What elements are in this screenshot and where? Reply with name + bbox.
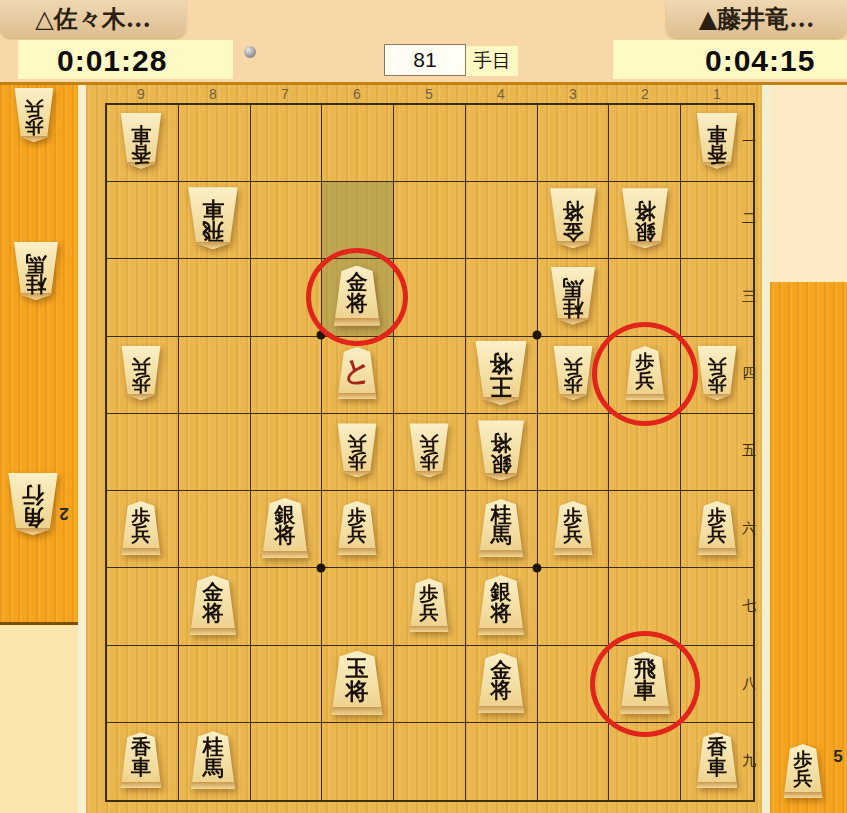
board-cell[interactable] [251,105,323,182]
star-point [533,563,542,572]
piece-kanji: 桂馬 [11,250,61,298]
rank-label: 五 [742,442,756,460]
board-cell[interactable] [251,414,323,491]
piece-base [694,782,740,789]
board-cell[interactable] [179,337,251,414]
board-cell[interactable] [394,182,466,259]
shogi-piece[interactable]: 歩兵 [695,501,739,555]
board-cell[interactable] [179,105,251,182]
file-label: 4 [497,86,505,102]
rank-label: 四 [742,365,756,383]
rank-label: 二 [742,210,756,228]
shogi-piece[interactable]: 金将 [547,188,599,248]
piece-kanji: 歩兵 [335,503,379,548]
piece-base [695,548,739,554]
piece-kanji: 香車 [118,120,164,167]
piece-base [118,782,164,789]
piece-base [335,548,379,554]
piece-count-label: 5 [833,747,842,767]
sente-name-plate: ▲藤井竜... [666,0,847,38]
shogi-piece[interactable]: 金将 [475,653,527,713]
piece-kanji: 飛車 [185,195,241,246]
piece-kanji: 歩兵 [407,581,451,626]
board-cell[interactable] [107,568,179,645]
piece-kanji: 歩兵 [407,430,451,475]
shogi-piece[interactable]: 香車 [118,732,164,788]
shogi-piece[interactable]: 飛車 [185,187,241,249]
sente-hand-tray [770,282,847,813]
piece-kanji: と [335,349,379,392]
piece-kanji: 香車 [118,734,164,781]
piece-kanji: 銀将 [619,196,671,246]
shogi-piece[interactable]: 銀将 [475,575,527,635]
shogi-piece[interactable]: 香車 [694,113,740,169]
piece-base [781,792,825,798]
piece-base [475,706,527,713]
star-point [533,331,542,340]
rank-label: 一 [742,133,756,151]
shogi-app-window: △佐々木... ▲藤井竜... 0:01:28 0:04:15 81 手目 98… [0,0,847,813]
board-cell[interactable] [251,182,323,259]
shogi-piece[interactable]: 桂馬 [188,731,238,789]
piece-kanji: 角行 [5,481,61,532]
board-cell[interactable] [466,105,538,182]
piece-kanji: 歩兵 [12,95,56,140]
shogi-piece[interactable]: 銀将 [259,498,311,558]
file-label: 5 [425,86,433,102]
piece-kanji: 銀将 [475,578,527,628]
board-cell[interactable] [322,568,394,645]
file-label: 7 [281,86,289,102]
board-cell[interactable] [179,646,251,723]
rank-label: 三 [742,288,756,306]
shogi-piece[interactable]: 香車 [694,732,740,788]
shogi-piece[interactable]: 歩兵 [407,578,451,632]
move-counter-label: 手目 [466,46,518,76]
board-cell[interactable] [609,491,681,568]
board-cell[interactable] [251,646,323,723]
piece-base [119,548,163,554]
piece-kanji: 金将 [475,655,527,705]
piece-kanji: 金将 [187,578,239,628]
piece-kanji: 歩兵 [335,430,379,475]
shogi-piece[interactable]: 銀将 [475,420,527,480]
piece-base [259,551,311,558]
status-indicator-icon [244,46,256,58]
tray-border [762,85,770,813]
file-label: 9 [137,86,145,102]
piece-base [188,782,238,789]
board-cell[interactable] [322,105,394,182]
piece-kanji: 桂馬 [188,734,238,782]
shogi-piece[interactable]: 桂馬 [476,499,526,557]
piece-kanji: 歩兵 [119,503,163,548]
shogi-piece[interactable]: 歩兵 [551,346,595,400]
piece-kanji: 桂馬 [548,274,598,322]
piece-kanji: 香車 [694,734,740,781]
tray-border [78,85,86,813]
piece-kanji: 王将 [472,349,530,402]
gote-clock: 0:01:28 [57,44,167,78]
red-circle-annotation [592,322,698,426]
piece-base [407,626,451,632]
shogi-piece[interactable]: 王将 [472,341,530,405]
board-cell[interactable] [394,105,466,182]
board-cell[interactable] [609,105,681,182]
rank-label: 七 [742,597,756,615]
piece-base [187,628,239,635]
shogi-piece[interactable]: 玉将 [328,651,386,715]
board-cell[interactable] [179,259,251,336]
red-circle-annotation [590,631,700,737]
piece-kanji: 桂馬 [476,501,526,549]
piece-kanji: 歩兵 [781,746,825,791]
shogi-piece[interactable]: 歩兵 [335,501,379,555]
move-number: 81 [413,48,436,72]
shogi-piece[interactable]: 香車 [118,113,164,169]
piece-kanji: 歩兵 [551,353,595,398]
board-cell[interactable] [538,723,610,800]
piece-base [335,393,379,399]
sente-name: ▲藤井竜... [699,3,815,35]
shogi-piece[interactable]: 歩兵 [695,346,739,400]
star-point [317,563,326,572]
piece-count-label: 2 [59,503,68,523]
board-cell[interactable] [107,414,179,491]
shogi-piece[interactable]: 歩兵 [119,346,163,400]
piece-kanji: 銀将 [475,428,527,478]
hand-piece[interactable]: 歩兵 [12,88,56,142]
rank-label: 六 [742,520,756,538]
red-circle-annotation [306,248,408,346]
file-label: 6 [353,86,361,102]
file-label: 3 [569,86,577,102]
board-cell[interactable] [179,491,251,568]
file-label: 8 [209,86,217,102]
board-cell[interactable] [466,723,538,800]
piece-kanji: 歩兵 [695,353,739,398]
piece-kanji: 歩兵 [119,353,163,398]
board-cell[interactable] [538,105,610,182]
board-cell[interactable] [251,723,323,800]
board-cell[interactable] [394,337,466,414]
board-cell[interactable] [322,723,394,800]
file-label: 2 [641,86,649,102]
piece-base [475,628,527,635]
board-cell[interactable] [466,182,538,259]
hand-piece[interactable]: 桂馬 [11,242,61,300]
piece-base [551,548,595,554]
board-cell[interactable] [107,182,179,259]
hand-piece[interactable]: 角行 [5,473,61,535]
gote-hand-tray [0,85,78,625]
move-number-input[interactable]: 81 [384,44,466,76]
piece-base [328,707,386,715]
board-cell[interactable] [466,259,538,336]
piece-kanji: 金将 [547,196,599,246]
rank-label: 九 [742,752,756,770]
shogi-piece[interactable]: と [335,347,379,399]
shogi-piece[interactable]: 歩兵 [335,423,379,477]
shogi-piece[interactable]: 金将 [187,575,239,635]
board-cell[interactable] [251,568,323,645]
board-cell[interactable] [394,646,466,723]
shogi-piece[interactable]: 歩兵 [551,501,595,555]
board-cell[interactable] [107,259,179,336]
gote-name-plate: △佐々木... [0,0,186,38]
gote-name: △佐々木... [35,3,151,35]
board-cell[interactable] [538,414,610,491]
piece-kanji: 玉将 [328,653,386,706]
hand-piece[interactable]: 歩兵 [781,744,825,798]
file-label: 1 [713,86,721,102]
board-cell[interactable] [179,414,251,491]
sente-clock: 0:04:15 [705,44,815,78]
rank-label: 八 [742,675,756,693]
board-cell[interactable] [538,568,610,645]
piece-kanji: 香車 [694,120,740,167]
shogi-piece[interactable]: 歩兵 [407,423,451,477]
piece-kanji: 歩兵 [695,503,739,548]
board-cell[interactable] [107,646,179,723]
shogi-piece[interactable]: 桂馬 [548,267,598,325]
piece-base [476,550,526,557]
board-cell[interactable] [394,491,466,568]
board-cell[interactable] [251,337,323,414]
piece-kanji: 歩兵 [551,503,595,548]
piece-kanji: 銀将 [259,500,311,550]
shogi-piece[interactable]: 歩兵 [119,501,163,555]
board-cell[interactable] [394,723,466,800]
shogi-piece[interactable]: 銀将 [619,188,671,248]
